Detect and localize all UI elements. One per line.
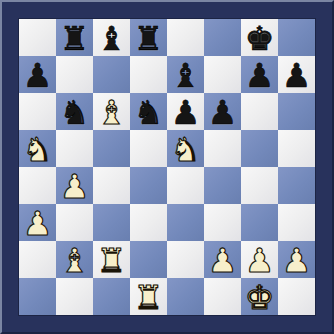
white-knight-e5[interactable]: ♞ <box>167 130 204 167</box>
square-d7[interactable] <box>130 56 167 93</box>
square-f1[interactable] <box>204 278 241 315</box>
square-g2[interactable]: ♟ <box>241 241 278 278</box>
square-c1[interactable] <box>93 278 130 315</box>
square-g3[interactable] <box>241 204 278 241</box>
square-h7[interactable]: ♟ <box>278 56 315 93</box>
white-rook-c2[interactable]: ♜ <box>93 241 130 278</box>
square-e5[interactable]: ♞ <box>167 130 204 167</box>
square-b7[interactable] <box>56 56 93 93</box>
square-h4[interactable] <box>278 167 315 204</box>
square-a4[interactable] <box>19 167 56 204</box>
square-d2[interactable] <box>130 241 167 278</box>
square-f2[interactable]: ♟ <box>204 241 241 278</box>
black-pawn-a7[interactable]: ♟ <box>19 56 56 93</box>
square-c5[interactable] <box>93 130 130 167</box>
square-g7[interactable]: ♟ <box>241 56 278 93</box>
white-bishop-b2[interactable]: ♝ <box>56 241 93 278</box>
square-h5[interactable] <box>278 130 315 167</box>
square-b8[interactable]: ♜ <box>56 19 93 56</box>
square-h8[interactable] <box>278 19 315 56</box>
white-pawn-b4[interactable]: ♟ <box>56 167 93 204</box>
square-g8[interactable]: ♚ <box>241 19 278 56</box>
square-e6[interactable]: ♟ <box>167 93 204 130</box>
square-b4[interactable]: ♟ <box>56 167 93 204</box>
square-e3[interactable] <box>167 204 204 241</box>
square-e2[interactable] <box>167 241 204 278</box>
black-pawn-f6[interactable]: ♟ <box>204 93 241 130</box>
square-c7[interactable] <box>93 56 130 93</box>
square-b6[interactable]: ♞ <box>56 93 93 130</box>
square-b2[interactable]: ♝ <box>56 241 93 278</box>
square-h6[interactable] <box>278 93 315 130</box>
square-b3[interactable] <box>56 204 93 241</box>
square-h1[interactable] <box>278 278 315 315</box>
square-f6[interactable]: ♟ <box>204 93 241 130</box>
square-f7[interactable] <box>204 56 241 93</box>
square-d5[interactable] <box>130 130 167 167</box>
square-e1[interactable] <box>167 278 204 315</box>
square-a3[interactable]: ♟ <box>19 204 56 241</box>
black-knight-b6[interactable]: ♞ <box>56 93 93 130</box>
square-g1[interactable]: ♚ <box>241 278 278 315</box>
white-knight-a5[interactable]: ♞ <box>19 130 56 167</box>
square-a1[interactable] <box>19 278 56 315</box>
square-c2[interactable]: ♜ <box>93 241 130 278</box>
square-g6[interactable] <box>241 93 278 130</box>
black-pawn-h7[interactable]: ♟ <box>278 56 315 93</box>
square-e4[interactable] <box>167 167 204 204</box>
square-h2[interactable]: ♟ <box>278 241 315 278</box>
white-pawn-f2[interactable]: ♟ <box>204 241 241 278</box>
black-rook-d8[interactable]: ♜ <box>130 19 167 56</box>
white-pawn-a3[interactable]: ♟ <box>19 204 56 241</box>
square-g5[interactable] <box>241 130 278 167</box>
square-b5[interactable] <box>56 130 93 167</box>
white-king-g1[interactable]: ♚ <box>241 278 278 315</box>
square-e7[interactable]: ♝ <box>167 56 204 93</box>
square-a2[interactable] <box>19 241 56 278</box>
square-b1[interactable] <box>56 278 93 315</box>
square-d6[interactable]: ♞ <box>130 93 167 130</box>
square-g4[interactable] <box>241 167 278 204</box>
square-a7[interactable]: ♟ <box>19 56 56 93</box>
black-pawn-g7[interactable]: ♟ <box>241 56 278 93</box>
square-d4[interactable] <box>130 167 167 204</box>
white-pawn-h2[interactable]: ♟ <box>278 241 315 278</box>
square-d3[interactable] <box>130 204 167 241</box>
white-pawn-g2[interactable]: ♟ <box>241 241 278 278</box>
black-bishop-c8[interactable]: ♝ <box>93 19 130 56</box>
square-f3[interactable] <box>204 204 241 241</box>
square-f5[interactable] <box>204 130 241 167</box>
square-a8[interactable] <box>19 19 56 56</box>
square-c4[interactable] <box>93 167 130 204</box>
black-rook-b8[interactable]: ♜ <box>56 19 93 56</box>
square-a5[interactable]: ♞ <box>19 130 56 167</box>
square-c3[interactable] <box>93 204 130 241</box>
square-f4[interactable] <box>204 167 241 204</box>
black-bishop-e7[interactable]: ♝ <box>167 56 204 93</box>
square-d8[interactable]: ♜ <box>130 19 167 56</box>
board-frame: ♜♝♜♚♟♝♟♟♞♝♞♟♟♞♞♟♟♝♜♟♟♟♜♚ <box>0 0 334 334</box>
black-pawn-e6[interactable]: ♟ <box>167 93 204 130</box>
white-bishop-c6[interactable]: ♝ <box>93 93 130 130</box>
black-knight-d6[interactable]: ♞ <box>130 93 167 130</box>
square-h3[interactable] <box>278 204 315 241</box>
square-f8[interactable] <box>204 19 241 56</box>
square-c6[interactable]: ♝ <box>93 93 130 130</box>
square-a6[interactable] <box>19 93 56 130</box>
square-e8[interactable] <box>167 19 204 56</box>
white-rook-d1[interactable]: ♜ <box>130 278 167 315</box>
square-d1[interactable]: ♜ <box>130 278 167 315</box>
square-c8[interactable]: ♝ <box>93 19 130 56</box>
black-king-g8[interactable]: ♚ <box>241 19 278 56</box>
chess-board: ♜♝♜♚♟♝♟♟♞♝♞♟♟♞♞♟♟♝♜♟♟♟♜♚ <box>19 19 315 315</box>
